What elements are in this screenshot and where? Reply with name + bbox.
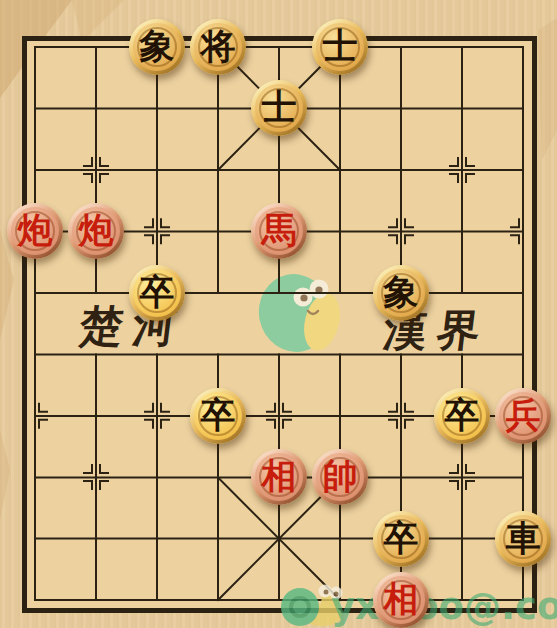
- piece-character: 炮: [68, 203, 124, 259]
- piece-character: 将: [190, 19, 246, 75]
- piece-character: 卒: [434, 388, 490, 444]
- piece-red-cannon[interactable]: 炮: [68, 203, 124, 259]
- piece-character: 卒: [190, 388, 246, 444]
- piece-black-elephant[interactable]: 象: [129, 19, 185, 75]
- piece-character: 車: [495, 511, 551, 567]
- piece-character: 象: [373, 265, 429, 321]
- piece-character: 士: [312, 19, 368, 75]
- pieces-layer: 象将士士炮炮馬卒象卒卒兵相帥卒車相: [0, 0, 557, 628]
- piece-character: 炮: [7, 203, 63, 259]
- piece-red-general[interactable]: 帥: [312, 449, 368, 505]
- piece-character: 相: [251, 449, 307, 505]
- piece-black-general[interactable]: 将: [190, 19, 246, 75]
- piece-character: 帥: [312, 449, 368, 505]
- piece-character: 馬: [251, 203, 307, 259]
- piece-black-chariot[interactable]: 車: [495, 511, 551, 567]
- piece-red-cannon[interactable]: 炮: [7, 203, 63, 259]
- xiangqi-screenshot: { "game": "xiangqi", "position": { "fen"…: [0, 0, 557, 628]
- piece-character: 相: [373, 572, 429, 628]
- piece-character: 士: [251, 80, 307, 136]
- piece-red-horse[interactable]: 馬: [251, 203, 307, 259]
- piece-black-soldier[interactable]: 卒: [129, 265, 185, 321]
- piece-black-advisor[interactable]: 士: [312, 19, 368, 75]
- piece-red-soldier[interactable]: 兵: [495, 388, 551, 444]
- piece-red-elephant[interactable]: 相: [251, 449, 307, 505]
- piece-black-soldier[interactable]: 卒: [190, 388, 246, 444]
- piece-character: 卒: [373, 511, 429, 567]
- piece-black-elephant[interactable]: 象: [373, 265, 429, 321]
- piece-black-soldier[interactable]: 卒: [373, 511, 429, 567]
- piece-character: 卒: [129, 265, 185, 321]
- piece-character: 兵: [495, 388, 551, 444]
- piece-character: 象: [129, 19, 185, 75]
- piece-red-elephant[interactable]: 相: [373, 572, 429, 628]
- piece-black-advisor[interactable]: 士: [251, 80, 307, 136]
- piece-black-soldier[interactable]: 卒: [434, 388, 490, 444]
